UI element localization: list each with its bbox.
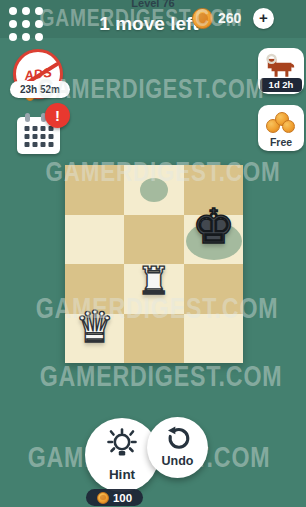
- undo-icon: [164, 426, 191, 453]
- board-cell[interactable]: [124, 314, 183, 364]
- board-cell[interactable]: [124, 215, 183, 265]
- hint-cost-badge: 100: [86, 489, 143, 506]
- calendar-ring: [25, 113, 30, 122]
- white-queen[interactable]: ♛: [65, 305, 124, 349]
- undo-label: Undo: [147, 454, 208, 468]
- coin-icon: [192, 8, 213, 29]
- white-rook[interactable]: ♜: [124, 262, 183, 300]
- add-coins-button[interactable]: +: [253, 8, 274, 29]
- ram-icon: [264, 52, 298, 79]
- hint-label: Hint: [85, 467, 159, 482]
- watermark-text: GAMERDIGEST.COM: [40, 360, 283, 393]
- coin-icon: [97, 492, 109, 504]
- notification-badge: !: [45, 103, 70, 128]
- watermark-text: GAMERDIGEST.COM: [38, 74, 265, 105]
- free-coins-button[interactable]: Free: [258, 105, 304, 151]
- moves-left-label: 1 move left: [99, 13, 198, 35]
- coins-stack-icon: [266, 111, 296, 133]
- level-label: Level 76: [131, 0, 174, 9]
- coin-balance: 260: [218, 10, 241, 26]
- event-button[interactable]: 1d 2h: [258, 48, 304, 94]
- calendar-icon: [24, 126, 53, 147]
- daily-calendar-button[interactable]: !: [17, 117, 60, 154]
- hint-cost-value: 100: [113, 492, 132, 504]
- event-timer-badge: 1d 2h: [260, 78, 302, 92]
- free-label: Free: [258, 136, 304, 148]
- menu-icon[interactable]: [9, 7, 43, 41]
- board-cell[interactable]: [65, 215, 124, 265]
- board-cell[interactable]: [65, 165, 124, 215]
- chess-board: ♚♜♛: [65, 165, 243, 363]
- board-cell[interactable]: [184, 264, 243, 314]
- black-king[interactable]: ♚: [184, 202, 243, 250]
- board-cell[interactable]: [184, 314, 243, 364]
- app-screen: Level 76 1 move left 260 + ADS 23h 52m !…: [0, 0, 306, 507]
- ads-timer-badge: 23h 52m: [10, 81, 70, 98]
- move-target-dot[interactable]: [140, 178, 168, 202]
- lightbulb-icon: [104, 427, 140, 463]
- undo-button[interactable]: Undo: [147, 417, 208, 478]
